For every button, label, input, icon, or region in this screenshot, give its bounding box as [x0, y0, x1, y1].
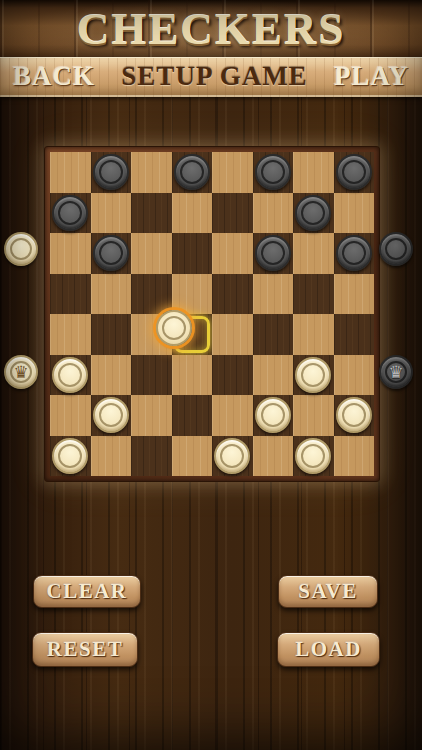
tray-white-king[interactable]: ♛: [4, 355, 38, 389]
checker-black-man[interactable]: [336, 235, 372, 271]
board-square[interactable]: [212, 436, 253, 477]
tray-black-king[interactable]: ♛: [379, 355, 413, 389]
board-square[interactable]: [253, 436, 294, 477]
board-square[interactable]: [172, 274, 213, 315]
board-square[interactable]: [212, 314, 253, 355]
board-square[interactable]: [293, 395, 334, 436]
board-square[interactable]: [334, 152, 375, 193]
board-square[interactable]: [212, 233, 253, 274]
checker-white-man[interactable]: [214, 438, 250, 474]
load-button[interactable]: LOAD: [277, 632, 380, 667]
board-square[interactable]: [212, 274, 253, 315]
board-square[interactable]: [334, 395, 375, 436]
board-square[interactable]: [334, 355, 375, 396]
nav-play-button[interactable]: PLAY: [334, 61, 409, 92]
save-button[interactable]: SAVE: [278, 575, 378, 608]
board-square[interactable]: [131, 436, 172, 477]
board-square[interactable]: [91, 152, 132, 193]
board-square[interactable]: [253, 314, 294, 355]
checker-white-man[interactable]: [255, 397, 291, 433]
board-square[interactable]: [50, 436, 91, 477]
board-square[interactable]: [172, 193, 213, 234]
board-square[interactable]: [172, 314, 213, 355]
checker-white-man[interactable]: [52, 357, 88, 393]
board-square[interactable]: [293, 152, 334, 193]
board-square[interactable]: [131, 355, 172, 396]
checker-white-man[interactable]: [336, 397, 372, 433]
board-square[interactable]: [293, 193, 334, 234]
checker-white-man[interactable]: [295, 357, 331, 393]
board-square[interactable]: [91, 314, 132, 355]
board-square[interactable]: [50, 274, 91, 315]
checker-black-man[interactable]: [93, 154, 129, 190]
board-square[interactable]: [91, 274, 132, 315]
board-square[interactable]: [253, 233, 294, 274]
checker-white-man[interactable]: [93, 397, 129, 433]
crown-icon: ♛: [388, 364, 403, 381]
board-square[interactable]: [334, 274, 375, 315]
board-square[interactable]: [172, 436, 213, 477]
board-square[interactable]: [91, 395, 132, 436]
checker-white-man[interactable]: [52, 438, 88, 474]
board-square[interactable]: [293, 233, 334, 274]
screen: CHECKERS BACK SETUP GAME PLAY CLEAR RESE…: [0, 0, 422, 750]
board-square[interactable]: [293, 355, 334, 396]
board-square[interactable]: [91, 233, 132, 274]
board-square[interactable]: [131, 152, 172, 193]
board-square[interactable]: [131, 233, 172, 274]
board-square[interactable]: [212, 193, 253, 234]
nav-bar: BACK SETUP GAME PLAY: [0, 57, 422, 97]
app-title: CHECKERS: [77, 3, 346, 55]
nav-back-button[interactable]: BACK: [13, 61, 95, 92]
crown-icon: ♛: [13, 364, 28, 381]
title-band: CHECKERS: [0, 0, 422, 57]
board-square[interactable]: [50, 193, 91, 234]
board-square[interactable]: [293, 274, 334, 315]
board-square[interactable]: [131, 395, 172, 436]
board-square[interactable]: [212, 395, 253, 436]
board-square[interactable]: [172, 355, 213, 396]
board-frame: [44, 146, 380, 482]
board-square[interactable]: [172, 395, 213, 436]
checker-black-man[interactable]: [52, 195, 88, 231]
tray-white-man[interactable]: [4, 232, 38, 266]
board-square[interactable]: [293, 314, 334, 355]
checker-black-man[interactable]: [93, 235, 129, 271]
board-square[interactable]: [91, 355, 132, 396]
board-square[interactable]: [253, 152, 294, 193]
tray-black-man[interactable]: [379, 232, 413, 266]
checker-black-man[interactable]: [336, 154, 372, 190]
board-square[interactable]: [172, 233, 213, 274]
board-square[interactable]: [50, 314, 91, 355]
checker-white-man[interactable]: [295, 438, 331, 474]
board-square[interactable]: [253, 274, 294, 315]
reset-button[interactable]: RESET: [32, 632, 138, 667]
board-square[interactable]: [334, 233, 375, 274]
board-square[interactable]: [172, 152, 213, 193]
board-square[interactable]: [50, 233, 91, 274]
nav-setup-game-tab[interactable]: SETUP GAME: [121, 61, 307, 92]
checker-black-man[interactable]: [255, 154, 291, 190]
checker-white-man[interactable]: [156, 310, 192, 346]
board-square[interactable]: [131, 274, 172, 315]
board-square[interactable]: [212, 355, 253, 396]
checker-black-man[interactable]: [295, 195, 331, 231]
board-square[interactable]: [91, 193, 132, 234]
board-square[interactable]: [253, 395, 294, 436]
board-square[interactable]: [131, 193, 172, 234]
clear-button[interactable]: CLEAR: [33, 575, 141, 608]
board-square[interactable]: [253, 193, 294, 234]
board-square[interactable]: [293, 436, 334, 477]
board-square[interactable]: [253, 355, 294, 396]
board: [50, 152, 374, 476]
board-square[interactable]: [50, 355, 91, 396]
board-square[interactable]: [334, 193, 375, 234]
board-square[interactable]: [334, 314, 375, 355]
board-square[interactable]: [334, 436, 375, 477]
checker-black-man[interactable]: [255, 235, 291, 271]
board-square[interactable]: [50, 152, 91, 193]
board-square[interactable]: [91, 436, 132, 477]
board-square[interactable]: [50, 395, 91, 436]
board-square[interactable]: [212, 152, 253, 193]
checker-black-man[interactable]: [174, 154, 210, 190]
